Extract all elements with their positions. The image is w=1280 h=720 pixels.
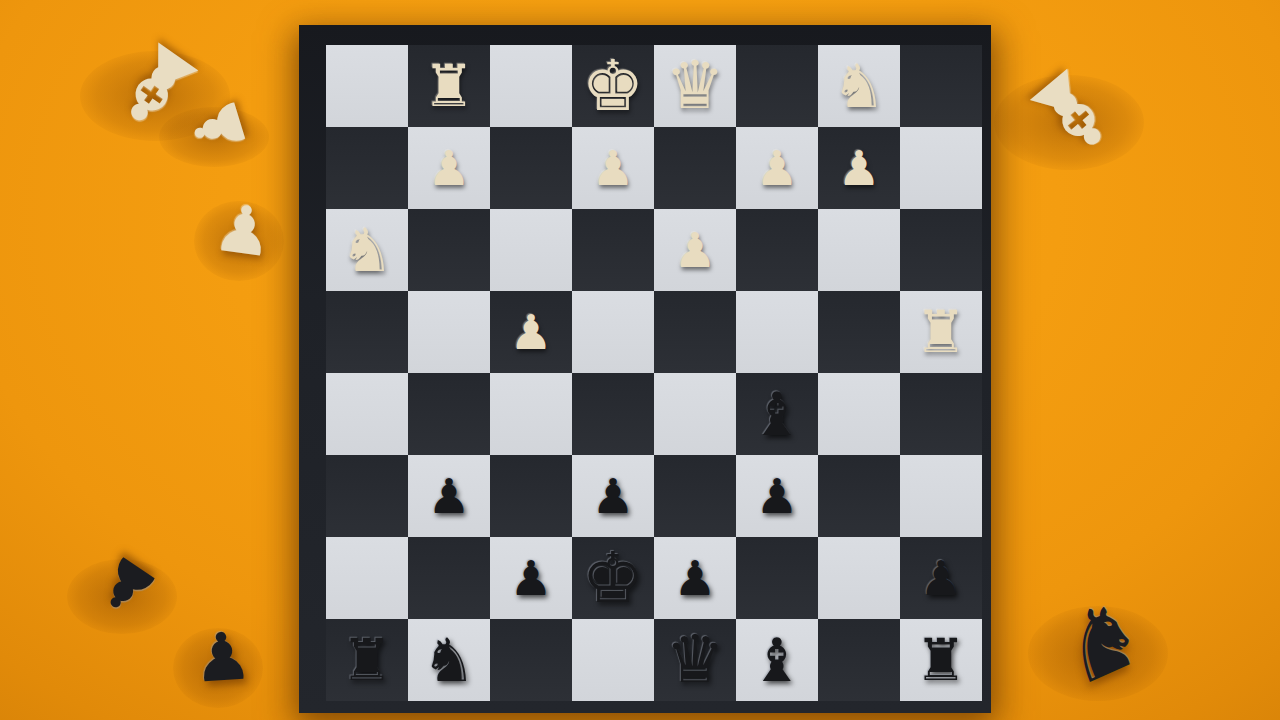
square-d8[interactable]: ♛: [654, 619, 736, 701]
square-d6[interactable]: [654, 455, 736, 537]
square-b5[interactable]: [818, 373, 900, 455]
piece-wN-b1: ♞: [832, 56, 886, 116]
piece-bR-h8: ♜: [341, 631, 393, 689]
square-d5[interactable]: [654, 373, 736, 455]
square-h5[interactable]: [326, 373, 408, 455]
square-a1[interactable]: [900, 45, 982, 127]
square-h8[interactable]: ♜: [326, 619, 408, 701]
square-b8[interactable]: [818, 619, 900, 701]
square-f3[interactable]: [490, 209, 572, 291]
square-f6[interactable]: [490, 455, 572, 537]
square-a8[interactable]: ♜: [900, 619, 982, 701]
square-e3[interactable]: [572, 209, 654, 291]
square-h7[interactable]: [326, 537, 408, 619]
board-squares: ♜♚♛♞♟♟♟♟♞♟♟♜♝♟♟♟♟♚♟♟♜♞♛♝♜: [326, 45, 982, 701]
piece-bB-c8: ♝: [750, 630, 804, 690]
square-g1[interactable]: ♜: [408, 45, 490, 127]
square-g2[interactable]: ♟: [408, 127, 490, 209]
square-c2[interactable]: ♟: [736, 127, 818, 209]
square-c3[interactable]: [736, 209, 818, 291]
square-h2[interactable]: [326, 127, 408, 209]
square-b3[interactable]: [818, 209, 900, 291]
piece-bN-g8: ♞: [422, 630, 476, 690]
square-c5[interactable]: ♝: [736, 373, 818, 455]
square-c8[interactable]: ♝: [736, 619, 818, 701]
captured-white-bishop-top-right: ♝: [1002, 42, 1140, 182]
square-d3[interactable]: ♟: [654, 209, 736, 291]
piece-wP-e2: ♟: [591, 144, 634, 192]
square-a7[interactable]: ♟: [900, 537, 982, 619]
piece-wR-a4: ♜: [915, 303, 967, 361]
square-g3[interactable]: [408, 209, 490, 291]
square-c4[interactable]: [736, 291, 818, 373]
square-e5[interactable]: [572, 373, 654, 455]
square-a4[interactable]: ♜: [900, 291, 982, 373]
square-c1[interactable]: [736, 45, 818, 127]
square-e7[interactable]: ♚: [572, 537, 654, 619]
piece-wP-g2: ♟: [427, 144, 470, 192]
square-f4[interactable]: ♟: [490, 291, 572, 373]
square-a5[interactable]: [900, 373, 982, 455]
piece-bP-g6: ♟: [427, 472, 470, 520]
square-h4[interactable]: [326, 291, 408, 373]
square-c7[interactable]: [736, 537, 818, 619]
square-d4[interactable]: [654, 291, 736, 373]
square-e6[interactable]: ♟: [572, 455, 654, 537]
piece-wR-g1: ♜: [423, 57, 475, 115]
square-d1[interactable]: ♛: [654, 45, 736, 127]
piece-bK-e7: ♚: [582, 543, 645, 613]
piece-bP-a7: ♟: [919, 554, 962, 602]
piece-wP-d3: ♟: [673, 226, 716, 274]
square-b2[interactable]: ♟: [818, 127, 900, 209]
square-g7[interactable]: [408, 537, 490, 619]
square-g8[interactable]: ♞: [408, 619, 490, 701]
piece-bP-d7: ♟: [673, 554, 716, 602]
square-f8[interactable]: [490, 619, 572, 701]
square-a3[interactable]: [900, 209, 982, 291]
piece-bR-a8: ♜: [915, 631, 967, 689]
square-g5[interactable]: [408, 373, 490, 455]
square-h3[interactable]: ♞: [326, 209, 408, 291]
piece-bP-c6: ♟: [755, 472, 798, 520]
piece-bQ-d8: ♛: [665, 627, 724, 693]
piece-wP-b2: ♟: [837, 144, 880, 192]
square-f7[interactable]: ♟: [490, 537, 572, 619]
piece-bP-f7: ♟: [509, 554, 552, 602]
piece-bP-e6: ♟: [591, 472, 634, 520]
square-e2[interactable]: ♟: [572, 127, 654, 209]
square-b4[interactable]: [818, 291, 900, 373]
square-c6[interactable]: ♟: [736, 455, 818, 537]
square-b6[interactable]: [818, 455, 900, 537]
square-g4[interactable]: [408, 291, 490, 373]
square-e4[interactable]: [572, 291, 654, 373]
chess-board: ♜♚♛♞♟♟♟♟♞♟♟♜♝♟♟♟♟♚♟♟♜♞♛♝♜: [299, 25, 991, 713]
piece-wQ-d1: ♛: [665, 53, 724, 119]
square-b1[interactable]: ♞: [818, 45, 900, 127]
square-d2[interactable]: [654, 127, 736, 209]
captured-white-pawn-top-left: ♟: [210, 194, 278, 268]
square-e8[interactable]: [572, 619, 654, 701]
square-g6[interactable]: ♟: [408, 455, 490, 537]
piece-wN-h3: ♞: [340, 220, 394, 280]
square-b7[interactable]: [818, 537, 900, 619]
square-f2[interactable]: [490, 127, 572, 209]
captured-black-pawn-bottom-left: ♟: [191, 623, 255, 693]
square-a2[interactable]: [900, 127, 982, 209]
square-f1[interactable]: [490, 45, 572, 127]
square-f5[interactable]: [490, 373, 572, 455]
piece-wP-f4: ♟: [509, 308, 552, 356]
square-h1[interactable]: [326, 45, 408, 127]
square-d7[interactable]: ♟: [654, 537, 736, 619]
square-h6[interactable]: [326, 455, 408, 537]
square-e1[interactable]: ♚: [572, 45, 654, 127]
piece-bB-c5: ♝: [750, 384, 804, 444]
piece-wK-e1: ♚: [582, 51, 645, 121]
square-a6[interactable]: [900, 455, 982, 537]
piece-wP-c2: ♟: [755, 144, 798, 192]
scene: ♜♚♛♞♟♟♟♟♞♟♟♜♝♟♟♟♟♚♟♟♜♞♛♝♜ ♝♟♟♝♟♟♞: [0, 0, 1280, 720]
